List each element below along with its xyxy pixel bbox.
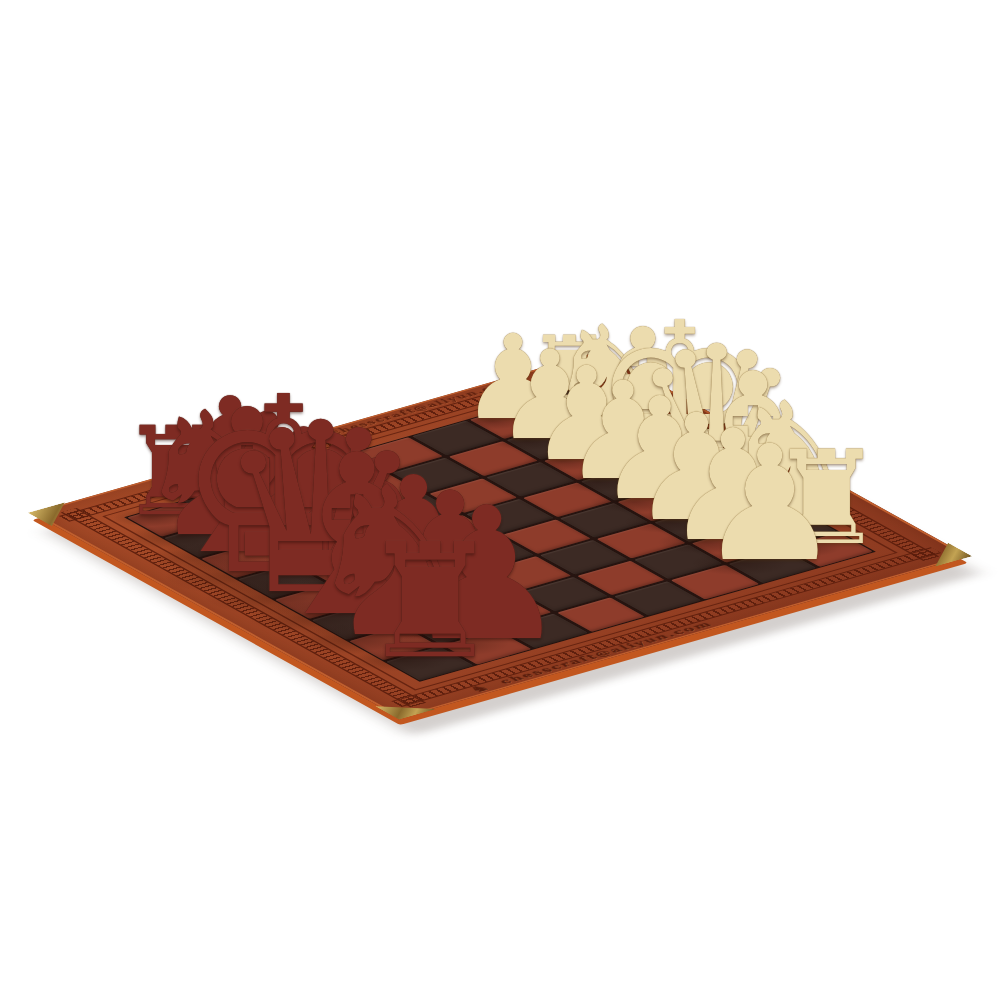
chessboard: ♞ chesscraft@aliyun.com chesscraft@aliyu… xyxy=(32,351,968,718)
scene: ♞ chesscraft@aliyun.com chesscraft@aliyu… xyxy=(0,0,1000,1000)
